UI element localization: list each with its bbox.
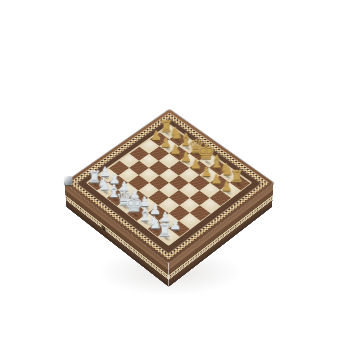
- product-photo: ♜♞♝♛♚♝♞♜♟♟♟♟♟♟♟♟♟♟♟♟♟♟♟♟♜♞♝♛♚♝♞♜: [0, 0, 360, 360]
- chess-box: ♜♞♝♛♚♝♞♜♟♟♟♟♟♟♟♟♟♟♟♟♟♟♟♟♜♞♝♛♚♝♞♜: [64, 110, 273, 264]
- piece-silver-rook: ♜: [154, 223, 177, 240]
- scene-3d: ♜♞♝♛♚♝♞♜♟♟♟♟♟♟♟♟♟♟♟♟♟♟♟♟♜♞♝♛♚♝♞♜: [0, 0, 360, 360]
- piece-gold-pawn: ♟: [216, 180, 238, 193]
- drawer-knob: [101, 224, 105, 231]
- corner-clasp: [64, 176, 72, 185]
